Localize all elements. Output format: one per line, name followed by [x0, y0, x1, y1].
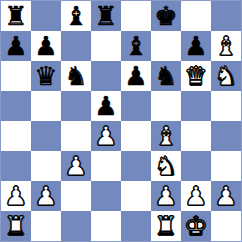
- square-f7[interactable]: [151, 31, 181, 61]
- square-c4[interactable]: [61, 121, 91, 151]
- square-d6[interactable]: [91, 61, 121, 91]
- piece-black-knight[interactable]: ♞: [64, 61, 87, 91]
- square-e3[interactable]: [121, 151, 151, 181]
- square-h8[interactable]: [211, 1, 241, 31]
- square-f1[interactable]: ♜: [151, 211, 181, 241]
- piece-white-rook[interactable]: ♜: [154, 211, 177, 241]
- square-h7[interactable]: ♝: [211, 31, 241, 61]
- square-f5[interactable]: [151, 91, 181, 121]
- piece-black-rook[interactable]: ♜: [4, 1, 27, 31]
- square-g7[interactable]: ♟: [181, 31, 211, 61]
- square-d8[interactable]: ♜: [91, 1, 121, 31]
- square-d5[interactable]: ♟: [91, 91, 121, 121]
- piece-white-queen[interactable]: ♛: [184, 61, 207, 91]
- square-h5[interactable]: [211, 91, 241, 121]
- square-c5[interactable]: [61, 91, 91, 121]
- piece-white-pawn[interactable]: ♟: [34, 181, 57, 211]
- square-f3[interactable]: ♞: [151, 151, 181, 181]
- square-b2[interactable]: ♟: [31, 181, 61, 211]
- piece-white-pawn[interactable]: ♟: [184, 181, 207, 211]
- piece-black-pawn[interactable]: ♟: [184, 31, 207, 61]
- square-a6[interactable]: [1, 61, 31, 91]
- square-g8[interactable]: [181, 1, 211, 31]
- chess-board: ♜♝♜♚♟♟♝♟♝♛♞♟♞♛♞♟♟♝♟♞♟♟♟♟♟♜♜♚: [0, 0, 242, 242]
- piece-black-queen[interactable]: ♛: [34, 61, 57, 91]
- square-g1[interactable]: ♚: [181, 211, 211, 241]
- piece-black-pawn[interactable]: ♟: [4, 31, 27, 61]
- square-a1[interactable]: ♜: [1, 211, 31, 241]
- square-d1[interactable]: [91, 211, 121, 241]
- square-d7[interactable]: [91, 31, 121, 61]
- square-g6[interactable]: ♛: [181, 61, 211, 91]
- piece-black-pawn[interactable]: ♟: [124, 61, 147, 91]
- square-a5[interactable]: [1, 91, 31, 121]
- square-b8[interactable]: [31, 1, 61, 31]
- piece-white-knight[interactable]: ♞: [154, 151, 177, 181]
- piece-white-pawn[interactable]: ♟: [94, 121, 117, 151]
- piece-black-rook[interactable]: ♜: [94, 1, 117, 31]
- square-h3[interactable]: [211, 151, 241, 181]
- square-e1[interactable]: [121, 211, 151, 241]
- square-b3[interactable]: [31, 151, 61, 181]
- square-f4[interactable]: ♝: [151, 121, 181, 151]
- square-e5[interactable]: [121, 91, 151, 121]
- square-g3[interactable]: [181, 151, 211, 181]
- square-a7[interactable]: ♟: [1, 31, 31, 61]
- square-g4[interactable]: [181, 121, 211, 151]
- square-h2[interactable]: ♟: [211, 181, 241, 211]
- square-b7[interactable]: ♟: [31, 31, 61, 61]
- square-a8[interactable]: ♜: [1, 1, 31, 31]
- piece-black-bishop[interactable]: ♝: [64, 1, 87, 31]
- square-e4[interactable]: [121, 121, 151, 151]
- square-h1[interactable]: [211, 211, 241, 241]
- square-a2[interactable]: ♟: [1, 181, 31, 211]
- piece-white-pawn[interactable]: ♟: [64, 151, 87, 181]
- square-d2[interactable]: [91, 181, 121, 211]
- piece-white-bishop[interactable]: ♝: [214, 31, 237, 61]
- square-c7[interactable]: [61, 31, 91, 61]
- square-f6[interactable]: ♞: [151, 61, 181, 91]
- square-d3[interactable]: [91, 151, 121, 181]
- square-c2[interactable]: [61, 181, 91, 211]
- piece-white-knight[interactable]: ♞: [214, 61, 237, 91]
- square-g2[interactable]: ♟: [181, 181, 211, 211]
- square-b6[interactable]: ♛: [31, 61, 61, 91]
- piece-white-rook[interactable]: ♜: [4, 211, 27, 241]
- square-b5[interactable]: [31, 91, 61, 121]
- square-e7[interactable]: ♝: [121, 31, 151, 61]
- square-a3[interactable]: [1, 151, 31, 181]
- square-a4[interactable]: [1, 121, 31, 151]
- piece-black-king[interactable]: ♚: [154, 1, 177, 31]
- square-e8[interactable]: [121, 1, 151, 31]
- piece-black-pawn[interactable]: ♟: [34, 31, 57, 61]
- square-f8[interactable]: ♚: [151, 1, 181, 31]
- square-b4[interactable]: [31, 121, 61, 151]
- square-e6[interactable]: ♟: [121, 61, 151, 91]
- square-e2[interactable]: [121, 181, 151, 211]
- piece-white-pawn[interactable]: ♟: [154, 181, 177, 211]
- square-c3[interactable]: ♟: [61, 151, 91, 181]
- square-c1[interactable]: [61, 211, 91, 241]
- piece-white-king[interactable]: ♚: [184, 211, 207, 241]
- square-h6[interactable]: ♞: [211, 61, 241, 91]
- piece-white-bishop[interactable]: ♝: [154, 121, 177, 151]
- square-g5[interactable]: [181, 91, 211, 121]
- square-b1[interactable]: [31, 211, 61, 241]
- square-h4[interactable]: [211, 121, 241, 151]
- piece-black-knight[interactable]: ♞: [154, 61, 177, 91]
- square-d4[interactable]: ♟: [91, 121, 121, 151]
- square-c8[interactable]: ♝: [61, 1, 91, 31]
- square-c6[interactable]: ♞: [61, 61, 91, 91]
- piece-black-pawn[interactable]: ♟: [94, 91, 117, 121]
- piece-white-pawn[interactable]: ♟: [214, 181, 237, 211]
- square-f2[interactable]: ♟: [151, 181, 181, 211]
- piece-black-bishop[interactable]: ♝: [124, 31, 147, 61]
- piece-white-pawn[interactable]: ♟: [4, 181, 27, 211]
